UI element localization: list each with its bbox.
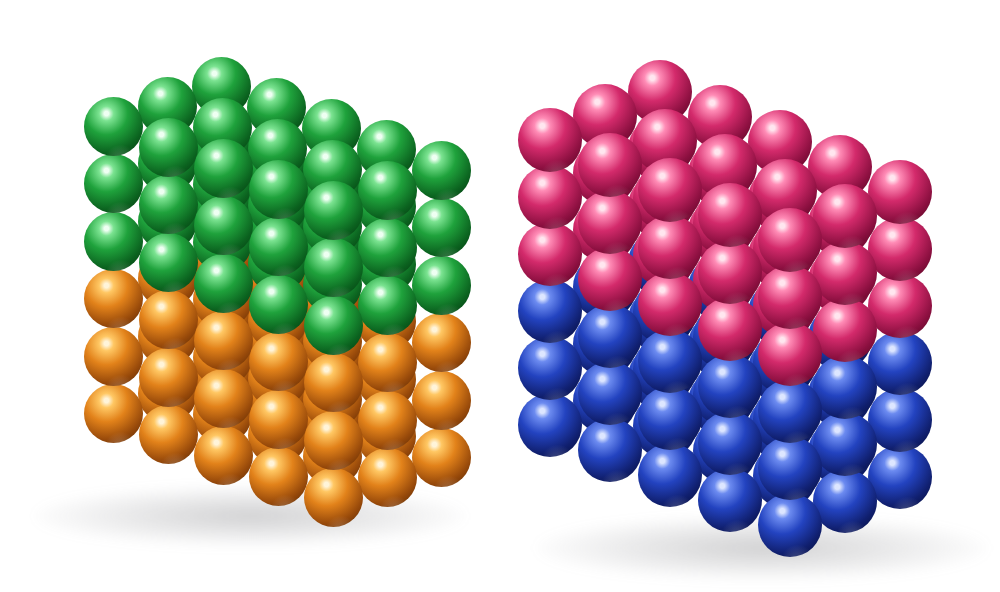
magnet-ball-blue <box>868 388 932 452</box>
magnet-ball-pink <box>518 165 582 229</box>
magnet-cube-right <box>0 0 1000 592</box>
magnet-ball-blue <box>698 354 762 418</box>
magnet-ball-pink <box>813 184 877 248</box>
magnet-ball-pink <box>758 208 822 272</box>
magnet-ball-blue <box>578 361 642 425</box>
magnet-ball-blue <box>638 329 702 393</box>
scene <box>0 0 1000 592</box>
magnet-ball-blue <box>758 379 822 443</box>
magnet-ball-blue <box>578 418 642 482</box>
magnet-ball-pink <box>698 183 762 247</box>
magnet-ball-blue <box>698 468 762 532</box>
magnet-ball-pink <box>518 222 582 286</box>
magnet-ball-pink <box>758 322 822 386</box>
magnet-ball-blue <box>518 279 582 343</box>
magnet-ball-pink <box>868 160 932 224</box>
magnet-ball-blue <box>518 393 582 457</box>
magnet-ball-blue <box>868 445 932 509</box>
magnet-ball-pink <box>868 217 932 281</box>
magnet-ball-pink <box>868 274 932 338</box>
magnet-ball-blue <box>868 331 932 395</box>
magnet-ball-pink <box>518 108 582 172</box>
magnet-ball-blue <box>813 355 877 419</box>
magnet-ball-pink <box>578 190 642 254</box>
magnet-ball-blue <box>758 436 822 500</box>
magnet-ball-blue <box>638 443 702 507</box>
magnet-ball-blue <box>758 493 822 557</box>
magnet-ball-pink <box>638 158 702 222</box>
magnet-ball-pink <box>638 215 702 279</box>
magnet-ball-blue <box>813 469 877 533</box>
magnet-ball-blue <box>813 412 877 476</box>
magnet-ball-pink <box>698 297 762 361</box>
magnet-ball-pink <box>578 133 642 197</box>
magnet-ball-pink <box>698 240 762 304</box>
magnet-ball-blue <box>578 304 642 368</box>
magnet-ball-pink <box>813 241 877 305</box>
magnet-ball-blue <box>638 386 702 450</box>
magnet-ball-pink <box>813 298 877 362</box>
magnet-ball-pink <box>758 265 822 329</box>
magnet-ball-blue <box>698 411 762 475</box>
magnet-ball-blue <box>518 336 582 400</box>
magnet-ball-pink <box>578 247 642 311</box>
magnet-ball-pink <box>638 272 702 336</box>
